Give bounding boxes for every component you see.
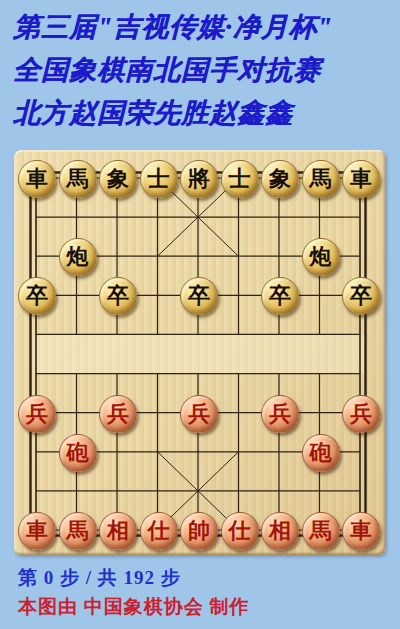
red-piece[interactable]: 兵: [99, 395, 137, 433]
red-piece[interactable]: 車: [18, 512, 56, 550]
red-piece[interactable]: 仕: [140, 512, 178, 550]
red-piece[interactable]: 兵: [180, 395, 218, 433]
event-title: 第三届"吉视传媒·净月杯" 全国象棋南北国手对抗赛 北方赵国荣先胜赵鑫鑫: [0, 6, 400, 135]
title-line-3: 北方赵国荣先胜赵鑫鑫: [13, 92, 400, 135]
red-piece[interactable]: 兵: [261, 395, 299, 433]
red-piece[interactable]: 馬: [59, 512, 97, 550]
black-piece[interactable]: 象: [261, 160, 299, 198]
black-piece[interactable]: 士: [140, 160, 178, 198]
board-grid: [14, 150, 386, 555]
red-piece[interactable]: 砲: [302, 434, 340, 472]
red-piece[interactable]: 兵: [18, 395, 56, 433]
red-piece[interactable]: 仕: [221, 512, 259, 550]
black-piece[interactable]: 士: [221, 160, 259, 198]
black-piece[interactable]: 象: [99, 160, 137, 198]
red-piece[interactable]: 相: [99, 512, 137, 550]
credit-text: 本图由 中国象棋协会 制作: [18, 594, 250, 620]
title-line-1: 第三届"吉视传媒·净月杯": [13, 6, 400, 49]
black-piece[interactable]: 馬: [59, 160, 97, 198]
xiangqi-board[interactable]: 車馬象士將士象馬車炮炮卒卒卒卒卒兵兵兵兵兵砲砲車馬相仕帥仕相馬車: [14, 150, 386, 555]
black-piece[interactable]: 炮: [59, 238, 97, 276]
red-piece[interactable]: 帥: [180, 512, 218, 550]
xiangqi-viewer: 第三届"吉视传媒·净月杯" 全国象棋南北国手对抗赛 北方赵国荣先胜赵鑫鑫 車馬象…: [0, 0, 400, 629]
move-counter: 第 0 步 / 共 192 步: [18, 565, 181, 591]
title-line-2: 全国象棋南北国手对抗赛: [13, 49, 400, 92]
black-piece[interactable]: 炮: [302, 238, 340, 276]
red-piece[interactable]: 兵: [342, 395, 380, 433]
black-piece[interactable]: 將: [180, 160, 218, 198]
red-piece[interactable]: 馬: [302, 512, 340, 550]
black-piece[interactable]: 車: [18, 160, 56, 198]
black-piece[interactable]: 車: [342, 160, 380, 198]
red-piece[interactable]: 車: [342, 512, 380, 550]
red-piece[interactable]: 砲: [59, 434, 97, 472]
black-piece[interactable]: 馬: [302, 160, 340, 198]
red-piece[interactable]: 相: [261, 512, 299, 550]
